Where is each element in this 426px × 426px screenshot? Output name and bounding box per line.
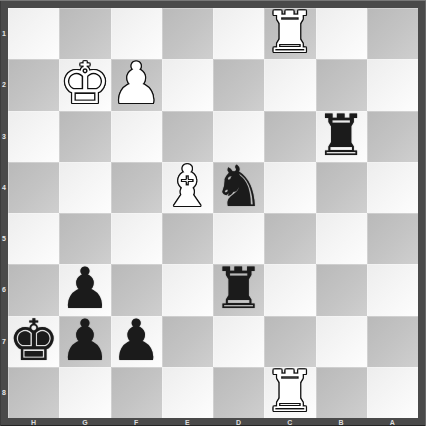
chess-board[interactable]: ♜♚♟♜♝♞♟♜♚♟♟♜ <box>8 8 418 418</box>
square-h3[interactable] <box>8 111 59 162</box>
rank-label-5: 5 <box>0 213 8 264</box>
square-f5[interactable] <box>111 213 162 264</box>
chess-app: ♜♚♟♜♝♞♟♜♚♟♟♜ 12345678 HGFEDCBA <box>0 0 426 426</box>
square-g8[interactable] <box>59 367 110 418</box>
square-c1[interactable]: ♜ <box>264 8 315 59</box>
file-label-b: B <box>316 418 367 426</box>
rank-label-1: 1 <box>0 8 8 59</box>
square-e1[interactable] <box>162 8 213 59</box>
square-f7[interactable]: ♟ <box>111 316 162 367</box>
square-g3[interactable] <box>59 111 110 162</box>
square-h1[interactable] <box>8 8 59 59</box>
rank-label-2: 2 <box>0 59 8 110</box>
square-e7[interactable] <box>162 316 213 367</box>
rank-label-7: 7 <box>0 316 8 367</box>
square-h8[interactable] <box>8 367 59 418</box>
file-label-e: E <box>162 418 213 426</box>
square-a7[interactable] <box>367 316 418 367</box>
rank-label-6: 6 <box>0 264 8 315</box>
square-f4[interactable] <box>111 162 162 213</box>
square-c3[interactable] <box>264 111 315 162</box>
square-f3[interactable] <box>111 111 162 162</box>
square-a1[interactable] <box>367 8 418 59</box>
square-d4[interactable]: ♞ <box>213 162 264 213</box>
file-label-f: F <box>111 418 162 426</box>
rank-label-8: 8 <box>0 367 8 418</box>
file-label-h: H <box>8 418 59 426</box>
square-b8[interactable] <box>316 367 367 418</box>
square-h4[interactable] <box>8 162 59 213</box>
square-e5[interactable] <box>162 213 213 264</box>
black-rook[interactable]: ♜ <box>213 260 264 317</box>
square-d2[interactable] <box>213 59 264 110</box>
white-bishop[interactable]: ♝ <box>162 158 213 215</box>
white-pawn[interactable]: ♟ <box>111 55 162 112</box>
square-e2[interactable] <box>162 59 213 110</box>
black-knight[interactable]: ♞ <box>213 158 264 215</box>
square-e8[interactable] <box>162 367 213 418</box>
square-b6[interactable] <box>316 264 367 315</box>
file-label-d: D <box>213 418 264 426</box>
square-e6[interactable] <box>162 264 213 315</box>
square-a2[interactable] <box>367 59 418 110</box>
square-h7[interactable]: ♚ <box>8 316 59 367</box>
square-c2[interactable] <box>264 59 315 110</box>
white-rook[interactable]: ♜ <box>264 363 315 420</box>
black-rook[interactable]: ♜ <box>316 107 367 164</box>
square-h2[interactable] <box>8 59 59 110</box>
square-b3[interactable]: ♜ <box>316 111 367 162</box>
file-label-g: G <box>59 418 110 426</box>
white-king[interactable]: ♚ <box>59 55 110 112</box>
square-d6[interactable]: ♜ <box>213 264 264 315</box>
square-h5[interactable] <box>8 213 59 264</box>
black-pawn[interactable]: ♟ <box>59 312 110 369</box>
square-b4[interactable] <box>316 162 367 213</box>
black-king[interactable]: ♚ <box>8 312 59 369</box>
file-label-c: C <box>264 418 315 426</box>
square-c4[interactable] <box>264 162 315 213</box>
square-a6[interactable] <box>367 264 418 315</box>
square-c5[interactable] <box>264 213 315 264</box>
square-c8[interactable]: ♜ <box>264 367 315 418</box>
square-d8[interactable] <box>213 367 264 418</box>
board-frame: ♜♚♟♜♝♞♟♜♚♟♟♜ 12345678 HGFEDCBA <box>0 0 426 426</box>
square-b1[interactable] <box>316 8 367 59</box>
square-g2[interactable]: ♚ <box>59 59 110 110</box>
square-a3[interactable] <box>367 111 418 162</box>
square-d7[interactable] <box>213 316 264 367</box>
square-b5[interactable] <box>316 213 367 264</box>
square-a4[interactable] <box>367 162 418 213</box>
rank-label-4: 4 <box>0 162 8 213</box>
square-d1[interactable] <box>213 8 264 59</box>
square-f8[interactable] <box>111 367 162 418</box>
square-b7[interactable] <box>316 316 367 367</box>
file-label-a: A <box>367 418 418 426</box>
square-g7[interactable]: ♟ <box>59 316 110 367</box>
square-f2[interactable]: ♟ <box>111 59 162 110</box>
square-g4[interactable] <box>59 162 110 213</box>
rank-label-3: 3 <box>0 111 8 162</box>
square-c6[interactable] <box>264 264 315 315</box>
white-rook[interactable]: ♜ <box>264 4 315 61</box>
square-a8[interactable] <box>367 367 418 418</box>
square-a5[interactable] <box>367 213 418 264</box>
black-pawn[interactable]: ♟ <box>111 312 162 369</box>
square-e4[interactable]: ♝ <box>162 162 213 213</box>
